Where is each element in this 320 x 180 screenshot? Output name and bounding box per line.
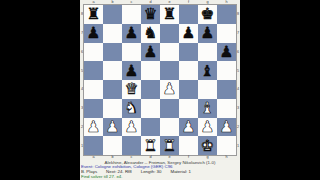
square-b8 xyxy=(103,5,122,24)
square-c5: ♟ xyxy=(122,61,141,80)
white-pawn: ♟ xyxy=(125,118,139,136)
square-f4 xyxy=(179,80,198,99)
square-d5 xyxy=(141,61,160,80)
square-f6 xyxy=(179,43,198,62)
white-pawn: ♟ xyxy=(163,80,177,98)
square-d6: ♟ xyxy=(141,43,160,62)
file-labels-bottom: abcdefgh xyxy=(80,155,240,160)
square-b7 xyxy=(103,24,122,43)
file-label-d: d xyxy=(141,155,160,160)
white-queen: ♛ xyxy=(125,80,139,98)
rank-label-1: 1 xyxy=(236,144,240,148)
square-d3 xyxy=(141,99,160,118)
square-a1 xyxy=(84,136,103,155)
square-e7 xyxy=(160,24,179,43)
black-bishop: ♝ xyxy=(201,62,215,80)
game-caption: Alekhine, Alexander -- Freiman, Sergey N… xyxy=(80,160,240,180)
black-pawn: ♟ xyxy=(220,43,234,61)
square-f7: ♟ xyxy=(179,24,198,43)
rank-label-5: 5 xyxy=(236,69,240,73)
square-h7 xyxy=(217,24,236,43)
video-frame: abcdefgh 87654321 ♜♛♜♚♟♟♞♟♟♟♟♟♝♛♟♞♝♟♟♟♟♟… xyxy=(0,0,320,180)
square-a4 xyxy=(84,80,103,99)
square-b2: ♟ xyxy=(103,118,122,137)
white-bishop: ♝ xyxy=(201,99,215,117)
black-pawn: ♟ xyxy=(182,24,196,42)
black-rook: ♜ xyxy=(87,5,101,23)
white-rook: ♜ xyxy=(144,137,158,155)
square-d7: ♞ xyxy=(141,24,160,43)
game-length: Length: 30 xyxy=(141,170,162,175)
square-d4 xyxy=(141,80,160,99)
square-a8: ♜ xyxy=(84,5,103,24)
square-g3: ♝ xyxy=(198,99,217,118)
rank-label-8: 8 xyxy=(236,12,240,16)
video-content: abcdefgh 87654321 ♜♛♜♚♟♟♞♟♟♟♟♟♝♛♟♞♝♟♟♟♟♟… xyxy=(80,0,240,180)
square-c4: ♛ xyxy=(122,80,141,99)
square-c3: ♞ xyxy=(122,99,141,118)
square-c7: ♟ xyxy=(122,24,141,43)
square-g8: ♚ xyxy=(198,5,217,24)
square-g2: ♟ xyxy=(198,118,217,137)
square-c8 xyxy=(122,5,141,24)
file-label-e: e xyxy=(160,155,179,160)
square-g1: ♚ xyxy=(198,136,217,155)
white-pawn: ♟ xyxy=(87,118,101,136)
square-d8: ♛ xyxy=(141,5,160,24)
white-pawn: ♟ xyxy=(220,118,234,136)
square-e3 xyxy=(160,99,179,118)
square-h3 xyxy=(217,99,236,118)
file-label-f: f xyxy=(179,155,198,160)
white-rook: ♜ xyxy=(163,137,177,155)
square-e8: ♜ xyxy=(160,5,179,24)
square-c2: ♟ xyxy=(122,118,141,137)
square-a3 xyxy=(84,99,103,118)
square-b3 xyxy=(103,99,122,118)
black-pawn: ♟ xyxy=(125,62,139,80)
file-label-g: g xyxy=(198,155,217,160)
file-label-a: a xyxy=(84,155,103,160)
square-h1 xyxy=(217,136,236,155)
black-pawn: ♟ xyxy=(125,24,139,42)
black-pawn: ♟ xyxy=(201,24,215,42)
black-pawn: ♟ xyxy=(144,43,158,61)
square-a7: ♟ xyxy=(84,24,103,43)
material-balance: Material: 1 xyxy=(171,170,192,175)
square-e6 xyxy=(160,43,179,62)
square-g5: ♝ xyxy=(198,61,217,80)
square-b1 xyxy=(103,136,122,155)
rank-label-3: 3 xyxy=(236,106,240,110)
square-h4 xyxy=(217,80,236,99)
square-c1 xyxy=(122,136,141,155)
square-h5 xyxy=(217,61,236,80)
square-h2: ♟ xyxy=(217,118,236,137)
black-queen: ♛ xyxy=(144,5,158,23)
file-label-h: h xyxy=(217,155,236,160)
white-knight: ♞ xyxy=(125,99,139,117)
square-d2 xyxy=(141,118,160,137)
square-f5 xyxy=(179,61,198,80)
rank-labels-right: 87654321 xyxy=(236,5,240,155)
square-e4: ♟ xyxy=(160,80,179,99)
square-g7: ♟ xyxy=(198,24,217,43)
white-pawn: ♟ xyxy=(106,118,120,136)
square-e1: ♜ xyxy=(160,136,179,155)
square-e2 xyxy=(160,118,179,137)
white-king: ♚ xyxy=(201,137,215,155)
square-b5 xyxy=(103,61,122,80)
rank-label-7: 7 xyxy=(236,31,240,35)
square-f1 xyxy=(179,136,198,155)
note-line: Find solver till 27. e4. xyxy=(81,175,239,180)
file-label-c: c xyxy=(122,155,141,160)
square-f8 xyxy=(179,5,198,24)
file-label-b: b xyxy=(103,155,122,160)
square-b6 xyxy=(103,43,122,62)
rank-label-6: 6 xyxy=(236,50,240,54)
black-rook: ♜ xyxy=(163,5,177,23)
rank-label-2: 2 xyxy=(236,125,240,129)
square-a2: ♟ xyxy=(84,118,103,137)
white-pawn: ♟ xyxy=(201,118,215,136)
black-pawn: ♟ xyxy=(87,24,101,42)
chess-board: ♜♛♜♚♟♟♞♟♟♟♟♟♝♛♟♞♝♟♟♟♟♟♟♜♜♚ xyxy=(84,5,236,155)
black-king: ♚ xyxy=(201,5,215,23)
square-a6 xyxy=(84,43,103,62)
square-e5 xyxy=(160,61,179,80)
square-h8 xyxy=(217,5,236,24)
square-f3 xyxy=(179,99,198,118)
black-knight: ♞ xyxy=(144,24,158,42)
square-g4 xyxy=(198,80,217,99)
square-a5 xyxy=(84,61,103,80)
square-c6 xyxy=(122,43,141,62)
rank-label-4: 4 xyxy=(236,87,240,91)
square-b4 xyxy=(103,80,122,99)
white-pawn: ♟ xyxy=(182,118,196,136)
square-h6: ♟ xyxy=(217,43,236,62)
square-f2: ♟ xyxy=(179,118,198,137)
square-g6 xyxy=(198,43,217,62)
square-d1: ♜ xyxy=(141,136,160,155)
